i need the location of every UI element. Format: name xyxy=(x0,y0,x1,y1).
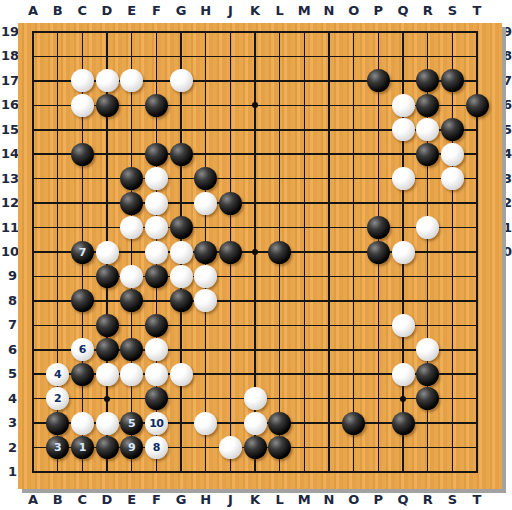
stone-black-J10[interactable] xyxy=(219,241,242,264)
column-label-top-C: C xyxy=(70,3,94,19)
stone-white-B5[interactable]: 4 xyxy=(46,363,69,386)
row-label-left-15: 15 xyxy=(1,122,17,138)
stone-white-Q16[interactable] xyxy=(392,94,415,117)
grid-line-vertical xyxy=(452,31,454,473)
stone-white-G5[interactable] xyxy=(170,363,193,386)
column-label-top-D: D xyxy=(95,3,119,19)
stone-white-J2[interactable] xyxy=(219,436,242,459)
column-label-bottom-A: A xyxy=(21,492,45,508)
stone-white-K3[interactable] xyxy=(244,412,267,435)
stone-white-D3[interactable] xyxy=(96,412,119,435)
row-label-left-6: 6 xyxy=(1,342,17,358)
column-label-bottom-O: O xyxy=(342,492,366,508)
grid-line-horizontal xyxy=(32,471,478,473)
stone-white-S13[interactable] xyxy=(441,167,464,190)
move-number-label: 7 xyxy=(79,247,86,258)
stone-black-F4[interactable] xyxy=(145,387,168,410)
stone-black-E3[interactable]: 5 xyxy=(120,412,143,435)
stone-black-F7[interactable] xyxy=(145,314,168,337)
stone-black-B2[interactable]: 3 xyxy=(46,436,69,459)
column-label-bottom-K: K xyxy=(243,492,267,508)
board-grid: 76425103198 xyxy=(33,32,477,472)
row-label-left-10: 10 xyxy=(1,244,17,260)
stone-black-E8[interactable] xyxy=(120,289,143,312)
stone-white-E11[interactable] xyxy=(120,216,143,239)
stone-white-F10[interactable] xyxy=(145,241,168,264)
stone-black-C5[interactable] xyxy=(71,363,94,386)
stone-black-R14[interactable] xyxy=(416,143,439,166)
stone-white-D10[interactable] xyxy=(96,241,119,264)
column-label-bottom-D: D xyxy=(95,492,119,508)
stone-white-R15[interactable] xyxy=(416,118,439,141)
stone-white-F12[interactable] xyxy=(145,192,168,215)
row-label-left-17: 17 xyxy=(1,73,17,89)
stone-black-R5[interactable] xyxy=(416,363,439,386)
stone-white-D5[interactable] xyxy=(96,363,119,386)
column-label-top-A: A xyxy=(21,3,45,19)
stone-black-L3[interactable] xyxy=(268,412,291,435)
stone-white-Q15[interactable] xyxy=(392,118,415,141)
row-label-left-3: 3 xyxy=(1,415,17,431)
star-point-K16 xyxy=(252,102,258,108)
star-point-D4 xyxy=(104,396,110,402)
stone-white-C17[interactable] xyxy=(71,69,94,92)
star-point-Q4 xyxy=(400,396,406,402)
stone-white-D17[interactable] xyxy=(96,69,119,92)
column-label-top-B: B xyxy=(46,3,70,19)
column-label-bottom-E: E xyxy=(120,492,144,508)
go-board[interactable]: 76425103198 xyxy=(18,23,502,489)
column-label-bottom-C: C xyxy=(70,492,94,508)
column-label-top-J: J xyxy=(218,3,242,19)
row-label-left-12: 12 xyxy=(1,195,17,211)
column-label-top-M: M xyxy=(292,3,316,19)
column-label-bottom-P: P xyxy=(366,492,390,508)
stone-white-K4[interactable] xyxy=(244,387,267,410)
stone-black-P10[interactable] xyxy=(367,241,390,264)
stone-white-E9[interactable] xyxy=(120,265,143,288)
grid-line-vertical xyxy=(353,31,355,473)
stone-black-F16[interactable] xyxy=(145,94,168,117)
stone-black-E13[interactable] xyxy=(120,167,143,190)
column-label-bottom-M: M xyxy=(292,492,316,508)
row-label-left-11: 11 xyxy=(1,220,17,236)
stone-black-C14[interactable] xyxy=(71,143,94,166)
grid-line-vertical xyxy=(304,31,306,473)
column-label-top-R: R xyxy=(416,3,440,19)
stone-white-C16[interactable] xyxy=(71,94,94,117)
stone-black-S15[interactable] xyxy=(441,118,464,141)
column-label-bottom-Q: Q xyxy=(391,492,415,508)
move-number-label: 1 xyxy=(79,442,86,453)
stone-white-F3[interactable]: 10 xyxy=(145,412,168,435)
stone-black-D16[interactable] xyxy=(96,94,119,117)
stone-black-P11[interactable] xyxy=(367,216,390,239)
stone-black-C10[interactable]: 7 xyxy=(71,241,94,264)
move-number-label: 8 xyxy=(153,442,160,453)
stone-black-G14[interactable] xyxy=(170,143,193,166)
stone-black-D2[interactable] xyxy=(96,436,119,459)
stone-black-D9[interactable] xyxy=(96,265,119,288)
column-label-top-N: N xyxy=(317,3,341,19)
stone-white-G10[interactable] xyxy=(170,241,193,264)
stone-white-E17[interactable] xyxy=(120,69,143,92)
move-number-label: 2 xyxy=(54,393,61,404)
star-point-K10 xyxy=(252,249,258,255)
stone-black-D6[interactable] xyxy=(96,338,119,361)
stone-black-K2[interactable] xyxy=(244,436,267,459)
row-label-left-9: 9 xyxy=(1,268,17,284)
column-label-top-G: G xyxy=(169,3,193,19)
stone-black-G8[interactable] xyxy=(170,289,193,312)
stone-white-B4[interactable]: 2 xyxy=(46,387,69,410)
go-game-screenshot: ABCDEFGHJKLMNOPQRST ABCDEFGHJKLMNOPQRST … xyxy=(0,0,512,510)
stone-black-E12[interactable] xyxy=(120,192,143,215)
row-label-left-1: 1 xyxy=(1,464,17,480)
stone-white-H9[interactable] xyxy=(194,265,217,288)
column-label-top-S: S xyxy=(440,3,464,19)
stone-black-F9[interactable] xyxy=(145,265,168,288)
column-label-top-Q: Q xyxy=(391,3,415,19)
stone-black-E2[interactable]: 9 xyxy=(120,436,143,459)
move-number-label: 4 xyxy=(54,369,61,380)
stone-white-H8[interactable] xyxy=(194,289,217,312)
stone-white-S14[interactable] xyxy=(441,143,464,166)
row-label-left-4: 4 xyxy=(1,391,17,407)
column-label-bottom-J: J xyxy=(218,492,242,508)
column-label-bottom-B: B xyxy=(46,492,70,508)
row-label-left-5: 5 xyxy=(1,366,17,382)
stone-white-R11[interactable] xyxy=(416,216,439,239)
row-label-left-13: 13 xyxy=(1,171,17,187)
column-label-bottom-L: L xyxy=(268,492,292,508)
column-label-top-P: P xyxy=(366,3,390,19)
column-label-bottom-H: H xyxy=(194,492,218,508)
grid-line-vertical xyxy=(328,31,330,473)
stone-white-C6[interactable]: 6 xyxy=(71,338,94,361)
stone-black-R4[interactable] xyxy=(416,387,439,410)
stone-black-B3[interactable] xyxy=(46,412,69,435)
stone-black-H13[interactable] xyxy=(194,167,217,190)
move-number-label: 3 xyxy=(54,442,61,453)
stone-black-R17[interactable] xyxy=(416,69,439,92)
column-label-bottom-R: R xyxy=(416,492,440,508)
row-label-left-7: 7 xyxy=(1,317,17,333)
stone-black-E6[interactable] xyxy=(120,338,143,361)
column-label-bottom-G: G xyxy=(169,492,193,508)
stone-black-D7[interactable] xyxy=(96,314,119,337)
stone-black-S17[interactable] xyxy=(441,69,464,92)
stone-white-G9[interactable] xyxy=(170,265,193,288)
stone-white-G17[interactable] xyxy=(170,69,193,92)
move-number-label: 5 xyxy=(128,418,135,429)
stone-black-T16[interactable] xyxy=(466,94,489,117)
stone-black-L2[interactable] xyxy=(268,436,291,459)
stone-black-F14[interactable] xyxy=(145,143,168,166)
column-label-top-T: T xyxy=(465,3,489,19)
stone-black-C8[interactable] xyxy=(71,289,94,312)
stone-black-J12[interactable] xyxy=(219,192,242,215)
stone-white-H3[interactable] xyxy=(194,412,217,435)
row-label-left-19: 19 xyxy=(1,24,17,40)
stone-white-F5[interactable] xyxy=(145,363,168,386)
column-label-top-E: E xyxy=(120,3,144,19)
stone-black-G11[interactable] xyxy=(170,216,193,239)
stone-white-R6[interactable] xyxy=(416,338,439,361)
stone-white-F13[interactable] xyxy=(145,167,168,190)
stone-white-H12[interactable] xyxy=(194,192,217,215)
grid-line-horizontal xyxy=(32,300,478,302)
column-label-bottom-N: N xyxy=(317,492,341,508)
column-label-top-L: L xyxy=(268,3,292,19)
stone-black-H10[interactable] xyxy=(194,241,217,264)
stone-white-F11[interactable] xyxy=(145,216,168,239)
stone-white-Q5[interactable] xyxy=(392,363,415,386)
stone-white-F6[interactable] xyxy=(145,338,168,361)
column-label-top-H: H xyxy=(194,3,218,19)
stone-black-L10[interactable] xyxy=(268,241,291,264)
stone-white-C3[interactable] xyxy=(71,412,94,435)
column-label-bottom-S: S xyxy=(440,492,464,508)
column-label-top-F: F xyxy=(144,3,168,19)
stone-white-Q13[interactable] xyxy=(392,167,415,190)
stone-black-O3[interactable] xyxy=(342,412,365,435)
column-label-top-O: O xyxy=(342,3,366,19)
move-number-label: 10 xyxy=(149,418,163,429)
row-label-left-2: 2 xyxy=(1,440,17,456)
stone-white-Q7[interactable] xyxy=(392,314,415,337)
row-label-left-18: 18 xyxy=(1,48,17,64)
stone-white-F2[interactable]: 8 xyxy=(145,436,168,459)
stone-white-E5[interactable] xyxy=(120,363,143,386)
stone-black-Q3[interactable] xyxy=(392,412,415,435)
column-label-bottom-T: T xyxy=(465,492,489,508)
move-number-label: 9 xyxy=(128,442,135,453)
stone-black-C2[interactable]: 1 xyxy=(71,436,94,459)
stone-white-Q10[interactable] xyxy=(392,241,415,264)
row-label-left-16: 16 xyxy=(1,97,17,113)
stone-black-P17[interactable] xyxy=(367,69,390,92)
column-label-top-K: K xyxy=(243,3,267,19)
column-label-bottom-F: F xyxy=(144,492,168,508)
row-label-left-8: 8 xyxy=(1,293,17,309)
stone-black-R16[interactable] xyxy=(416,94,439,117)
move-number-label: 6 xyxy=(79,344,86,355)
row-label-left-14: 14 xyxy=(1,146,17,162)
